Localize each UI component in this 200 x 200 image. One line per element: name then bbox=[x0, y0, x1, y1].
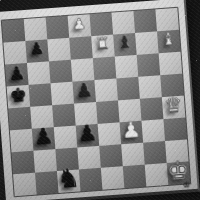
black-pawn-d3[interactable]: ♟ bbox=[77, 122, 98, 145]
square-c8[interactable] bbox=[46, 16, 70, 40]
black-bishop-f7[interactable]: ♝ bbox=[117, 35, 133, 53]
chess-board: ♟♟♜♝♝♟♚♟♛♟♟♟♞♚ ♔ bbox=[0, 0, 200, 200]
square-b6[interactable] bbox=[27, 61, 51, 85]
square-e5[interactable] bbox=[94, 78, 118, 102]
square-f5[interactable] bbox=[116, 77, 140, 101]
square-f3[interactable]: ♟ bbox=[120, 121, 144, 145]
square-a2[interactable] bbox=[11, 151, 35, 175]
chessboard-photo: ♟♟♜♝♝♟♚♟♛♟♟♟♞♚ ♔ bbox=[0, 0, 200, 200]
square-h8[interactable] bbox=[155, 8, 179, 32]
square-d8[interactable]: ♟ bbox=[68, 14, 92, 38]
square-a8[interactable] bbox=[2, 19, 26, 43]
square-a1[interactable] bbox=[13, 173, 37, 197]
square-d7[interactable] bbox=[69, 36, 93, 60]
square-b3[interactable]: ♟ bbox=[32, 127, 56, 151]
black-king-a5[interactable]: ♚ bbox=[9, 85, 27, 105]
square-c5[interactable] bbox=[51, 82, 75, 106]
square-b5[interactable] bbox=[29, 83, 53, 107]
square-g8[interactable] bbox=[133, 9, 157, 33]
black-pawn-b3[interactable]: ♟ bbox=[33, 125, 54, 148]
square-f8[interactable] bbox=[111, 11, 135, 35]
square-e6[interactable] bbox=[93, 57, 117, 81]
white-bishop-h7[interactable]: ♝ bbox=[161, 31, 177, 49]
square-e2[interactable] bbox=[99, 144, 123, 168]
square-h6[interactable] bbox=[159, 52, 183, 76]
square-c7[interactable] bbox=[47, 38, 71, 62]
square-e7[interactable]: ♜ bbox=[91, 35, 115, 59]
square-g6[interactable] bbox=[137, 53, 161, 77]
square-a5[interactable]: ♚ bbox=[7, 85, 31, 109]
square-c4[interactable] bbox=[52, 104, 76, 128]
black-knight-c1[interactable]: ♞ bbox=[56, 166, 80, 193]
square-g1[interactable] bbox=[145, 163, 169, 187]
white-pawn-d8[interactable]: ♟ bbox=[72, 17, 87, 33]
square-f1[interactable] bbox=[123, 165, 147, 189]
square-b7[interactable]: ♟ bbox=[25, 39, 49, 63]
white-queen-h4[interactable]: ♛ bbox=[164, 95, 184, 117]
square-h3[interactable] bbox=[163, 117, 187, 141]
square-d2[interactable] bbox=[77, 146, 101, 170]
square-h4[interactable]: ♛ bbox=[162, 96, 186, 120]
square-g2[interactable] bbox=[143, 141, 167, 165]
square-b1[interactable] bbox=[35, 171, 59, 195]
square-d1[interactable] bbox=[79, 168, 103, 192]
square-b2[interactable] bbox=[33, 149, 57, 173]
square-b8[interactable] bbox=[24, 17, 48, 41]
square-g4[interactable] bbox=[140, 97, 164, 121]
crown-logo-icon: ♔ bbox=[183, 181, 191, 190]
square-a3[interactable] bbox=[10, 129, 34, 153]
square-g5[interactable] bbox=[138, 75, 162, 99]
square-h7[interactable]: ♝ bbox=[157, 30, 181, 54]
square-d3[interactable]: ♟ bbox=[76, 124, 100, 148]
square-g3[interactable] bbox=[141, 119, 165, 143]
square-f6[interactable] bbox=[115, 55, 139, 79]
square-c3[interactable] bbox=[54, 126, 78, 150]
square-g7[interactable] bbox=[135, 31, 159, 55]
square-f7[interactable]: ♝ bbox=[113, 33, 137, 57]
square-c1[interactable]: ♞ bbox=[57, 169, 81, 193]
square-e4[interactable] bbox=[96, 100, 120, 124]
square-e3[interactable] bbox=[98, 122, 122, 146]
square-d5[interactable]: ♟ bbox=[72, 80, 96, 104]
board-frame: ♟♟♜♝♝♟♚♟♛♟♟♟♞♚ ♔ bbox=[0, 0, 200, 200]
white-rook-e7[interactable]: ♜ bbox=[95, 36, 111, 54]
black-pawn-d5[interactable]: ♟ bbox=[75, 80, 93, 100]
square-a4[interactable] bbox=[8, 107, 32, 131]
square-f2[interactable] bbox=[121, 143, 145, 167]
dust-speckles bbox=[0, 0, 1, 1]
black-pawn-b7[interactable]: ♟ bbox=[29, 41, 45, 59]
square-e8[interactable] bbox=[90, 13, 114, 37]
square-c6[interactable] bbox=[49, 60, 73, 84]
white-pawn-f3[interactable]: ♟ bbox=[121, 119, 142, 142]
black-pawn-a6[interactable]: ♟ bbox=[8, 64, 25, 83]
square-e1[interactable] bbox=[101, 166, 125, 190]
board-grid: ♟♟♜♝♝♟♚♟♛♟♟♟♞♚ bbox=[2, 8, 190, 196]
